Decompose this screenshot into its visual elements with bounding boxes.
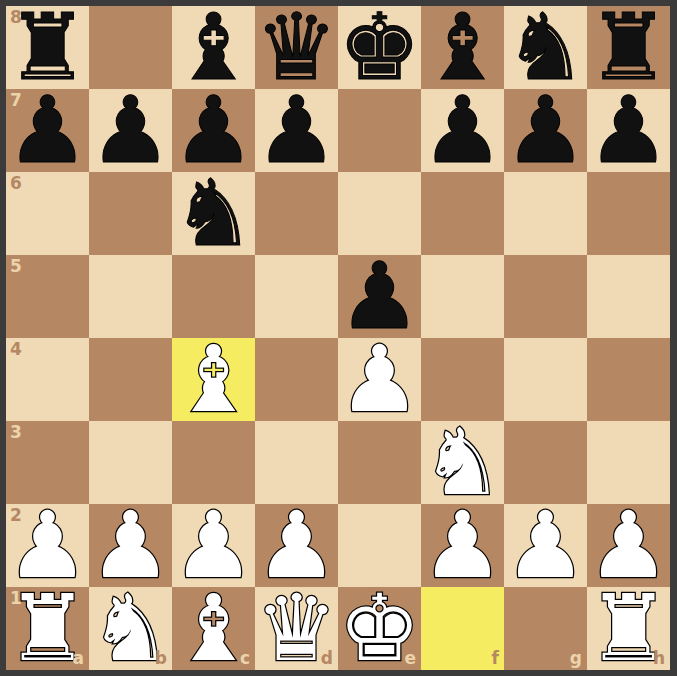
piece-black-pawn-g7[interactable]: ♟ — [504, 89, 587, 172]
piece-white-king-e1[interactable]: ♚ — [338, 587, 421, 670]
square-f5[interactable] — [421, 255, 504, 338]
square-f1[interactable]: f — [421, 587, 504, 670]
file-label-f: f — [492, 650, 499, 667]
rank-label-3: 3 — [10, 424, 22, 441]
piece-white-pawn-f2[interactable]: ♟ — [421, 504, 504, 587]
square-b6[interactable] — [89, 172, 172, 255]
rank-label-4: 4 — [10, 341, 22, 358]
square-g5[interactable] — [504, 255, 587, 338]
piece-white-rook-h1[interactable]: ♜ — [587, 587, 670, 670]
square-b1[interactable]: ♞b — [89, 587, 172, 670]
piece-black-pawn-d7[interactable]: ♟ — [255, 89, 338, 172]
square-a6[interactable]: 6 — [6, 172, 89, 255]
piece-white-pawn-g2[interactable]: ♟ — [504, 504, 587, 587]
square-b7[interactable]: ♟ — [89, 89, 172, 172]
square-c4[interactable]: ♝ — [172, 338, 255, 421]
piece-black-pawn-h7[interactable]: ♟ — [587, 89, 670, 172]
square-e7[interactable] — [338, 89, 421, 172]
square-a1[interactable]: ♜1a — [6, 587, 89, 670]
square-e3[interactable] — [338, 421, 421, 504]
square-a7[interactable]: ♟7 — [6, 89, 89, 172]
square-h1[interactable]: ♜h — [587, 587, 670, 670]
square-h4[interactable] — [587, 338, 670, 421]
square-h5[interactable] — [587, 255, 670, 338]
square-e4[interactable]: ♟ — [338, 338, 421, 421]
piece-black-pawn-b7[interactable]: ♟ — [89, 89, 172, 172]
piece-white-rook-a1[interactable]: ♜ — [6, 587, 89, 670]
square-d4[interactable] — [255, 338, 338, 421]
square-c6[interactable]: ♞ — [172, 172, 255, 255]
square-b4[interactable] — [89, 338, 172, 421]
square-d6[interactable] — [255, 172, 338, 255]
piece-black-king-e8[interactable]: ♚ — [338, 6, 421, 89]
rank-label-5: 5 — [10, 258, 22, 275]
square-g6[interactable] — [504, 172, 587, 255]
square-f2[interactable]: ♟ — [421, 504, 504, 587]
square-g1[interactable]: g — [504, 587, 587, 670]
square-d1[interactable]: ♛d — [255, 587, 338, 670]
piece-white-pawn-e4[interactable]: ♟ — [338, 338, 421, 421]
square-d5[interactable] — [255, 255, 338, 338]
square-f7[interactable]: ♟ — [421, 89, 504, 172]
square-b5[interactable] — [89, 255, 172, 338]
piece-black-pawn-a7[interactable]: ♟ — [6, 89, 89, 172]
square-g7[interactable]: ♟ — [504, 89, 587, 172]
square-a5[interactable]: 5 — [6, 255, 89, 338]
piece-white-queen-d1[interactable]: ♛ — [255, 587, 338, 670]
square-a4[interactable]: 4 — [6, 338, 89, 421]
piece-black-pawn-f7[interactable]: ♟ — [421, 89, 504, 172]
square-h6[interactable] — [587, 172, 670, 255]
file-label-g: g — [570, 650, 582, 667]
square-g2[interactable]: ♟ — [504, 504, 587, 587]
square-c1[interactable]: ♝c — [172, 587, 255, 670]
square-g4[interactable] — [504, 338, 587, 421]
square-e1[interactable]: ♚e — [338, 587, 421, 670]
square-h7[interactable]: ♟ — [587, 89, 670, 172]
piece-black-knight-c6[interactable]: ♞ — [172, 172, 255, 255]
piece-white-bishop-c4[interactable]: ♝ — [172, 338, 255, 421]
chess-board: ♜8♝♛♚♝♞♜♟7♟♟♟♟♟♟6♞5♟4♝♟3♞♟2♟♟♟♟♟♟♜1a♞b♝c… — [6, 6, 670, 670]
square-f6[interactable] — [421, 172, 504, 255]
piece-white-bishop-c1[interactable]: ♝ — [172, 587, 255, 670]
square-e8[interactable]: ♚ — [338, 6, 421, 89]
piece-white-knight-b1[interactable]: ♞ — [89, 587, 172, 670]
square-d7[interactable]: ♟ — [255, 89, 338, 172]
board-frame: ♜8♝♛♚♝♞♜♟7♟♟♟♟♟♟6♞5♟4♝♟3♞♟2♟♟♟♟♟♟♜1a♞b♝c… — [0, 0, 677, 676]
